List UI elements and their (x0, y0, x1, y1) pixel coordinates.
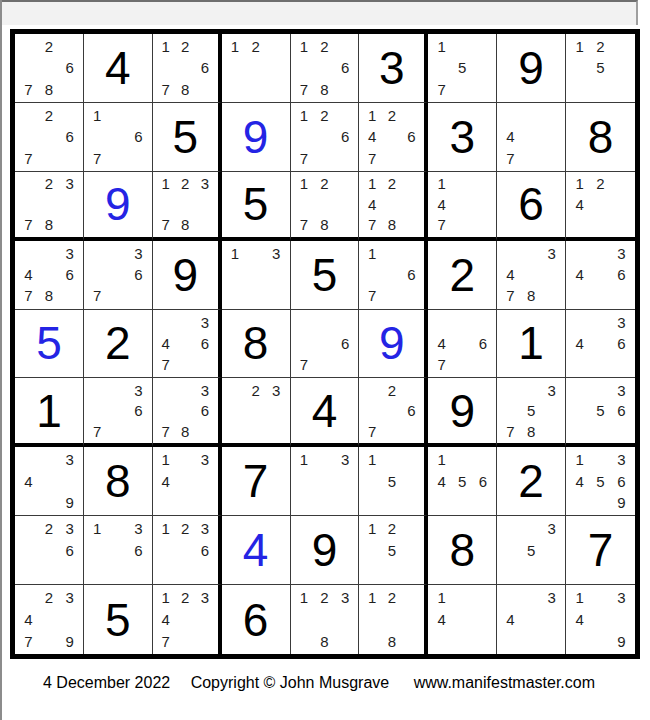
pencil-mark-slot-4 (225, 264, 246, 285)
placed-digit: 2 (105, 320, 131, 366)
pencil-mark-slot-7 (569, 79, 590, 100)
footer-copyright: Copyright © John Musgrave (191, 674, 390, 691)
pencil-mark-slot-8 (245, 285, 266, 306)
pencil-marks: 3678 (153, 378, 218, 443)
pencil-mark-slot-6: 6 (59, 126, 80, 147)
cell-r6c3[interactable]: 3678 (153, 378, 222, 447)
cell-r3c5[interactable]: 1278 (291, 172, 360, 241)
pencil-mark-slot-4 (18, 57, 39, 78)
pencil-mark-slot-2: 2 (382, 518, 402, 539)
pencil-mark-slot-9: 9 (611, 492, 632, 513)
cell-r5c8[interactable]: 1 (497, 310, 566, 379)
pencil-mark-slot-9 (541, 561, 562, 582)
pencil-mark-slot-6: 6 (402, 264, 422, 285)
pencil-mark-slot-1 (18, 174, 39, 194)
pencil-mark-slot-6 (611, 57, 632, 78)
pencil-mark-slot-7: 7 (87, 421, 108, 441)
pencil-mark-slot-6 (611, 194, 632, 214)
pencil-mark-slot-9 (335, 630, 356, 652)
cell-r7c6[interactable]: 15 (359, 447, 428, 516)
pencil-mark-slot-4 (156, 540, 176, 561)
pencil-mark-slot-2: 2 (175, 587, 195, 609)
pencil-marks: 367 (84, 378, 152, 443)
cell-r2c5[interactable]: 1267 (291, 103, 360, 172)
cell-r5c4[interactable]: 8 (222, 310, 291, 379)
pencil-mark-slot-1: 1 (362, 105, 382, 126)
pencil-mark-slot-7: 7 (362, 421, 382, 441)
cell-r2c7[interactable]: 3 (428, 103, 497, 172)
cell-r7c3[interactable]: 134 (153, 447, 222, 516)
pencil-mark-slot-2: 2 (39, 174, 60, 194)
pencil-mark-slot-4 (294, 471, 315, 492)
pencil-mark-slot-1: 1 (294, 174, 315, 194)
pencil-mark-slot-4 (18, 540, 39, 561)
pencil-mark-slot-2 (521, 518, 542, 539)
pencil-mark-slot-1: 1 (362, 587, 382, 609)
pencil-mark-slot-9 (59, 214, 80, 234)
pencil-marks: 367 (84, 241, 152, 309)
pencil-mark-slot-3 (195, 36, 215, 57)
pencil-mark-slot-2 (108, 380, 129, 400)
cell-r6c4[interactable]: 23 (222, 378, 291, 447)
cell-r3c2[interactable]: 9 (84, 172, 153, 241)
pencil-mark-slot-7: 7 (431, 79, 452, 100)
cell-r1c9[interactable]: 125 (566, 34, 635, 103)
pencil-mark-slot-3: 3 (335, 449, 356, 470)
cell-r5c5[interactable]: 67 (291, 310, 360, 379)
pencil-mark-slot-8 (590, 630, 611, 652)
pencil-mark-slot-4: 4 (569, 609, 590, 631)
cell-r4c7[interactable]: 2 (428, 241, 497, 310)
cell-r9c4[interactable]: 6 (222, 585, 291, 654)
pencil-mark-slot-6: 6 (128, 264, 149, 285)
pencil-mark-slot-8 (382, 285, 402, 306)
placed-digit: 7 (588, 527, 614, 573)
cell-r8c9[interactable]: 7 (566, 516, 635, 585)
pencil-marks: 2378 (15, 172, 83, 237)
pencil-mark-slot-1 (500, 587, 521, 609)
pencil-mark-slot-6: 6 (611, 333, 632, 354)
pencil-mark-slot-1 (500, 380, 521, 400)
pencil-marks: 1349 (566, 585, 635, 654)
pencil-mark-slot-2 (521, 243, 542, 264)
pencil-mark-slot-7: 7 (156, 214, 176, 234)
pencil-mark-slot-3 (335, 36, 356, 57)
cell-r2c9[interactable]: 8 (566, 103, 635, 172)
pencil-mark-slot-9 (195, 79, 215, 100)
cell-r1c1[interactable]: 2678 (15, 34, 84, 103)
pencil-mark-slot-9 (195, 630, 215, 652)
pencil-mark-slot-6: 6 (473, 471, 494, 492)
cell-r3c6[interactable]: 12478 (359, 172, 428, 241)
cell-r1c3[interactable]: 12678 (153, 34, 222, 103)
pencil-marks: 12678 (153, 34, 218, 102)
pencil-mark-slot-4: 4 (500, 126, 521, 147)
pencil-marks: 128 (359, 585, 424, 654)
pencil-mark-slot-1: 1 (431, 36, 452, 57)
pencil-mark-slot-2 (175, 449, 195, 470)
pencil-marks: 14 (428, 585, 496, 654)
pencil-mark-slot-2 (452, 449, 473, 470)
pencil-mark-slot-8 (108, 147, 129, 168)
pencil-mark-slot-3: 3 (128, 380, 149, 400)
cell-r8c6[interactable]: 125 (359, 516, 428, 585)
cell-r8c7[interactable]: 8 (428, 516, 497, 585)
cell-r8c4[interactable]: 4 (222, 516, 291, 585)
pencil-mark-slot-9 (611, 421, 632, 441)
pencil-mark-slot-9: 9 (611, 630, 632, 652)
pencil-mark-slot-1: 1 (569, 174, 590, 194)
pencil-mark-slot-3: 3 (128, 518, 149, 539)
pencil-mark-slot-3: 3 (59, 518, 80, 539)
pencil-mark-slot-1 (500, 105, 521, 126)
pencil-mark-slot-6: 6 (128, 540, 149, 561)
pencil-mark-slot-8: 8 (314, 214, 335, 234)
cell-r3c4[interactable]: 5 (222, 172, 291, 241)
pencil-marks: 1456 (428, 447, 496, 515)
pencil-mark-slot-2 (39, 449, 60, 470)
pencil-mark-slot-3 (335, 312, 356, 333)
cell-r7c5[interactable]: 13 (291, 447, 360, 516)
cell-r2c6[interactable]: 12467 (359, 103, 428, 172)
pencil-mark-slot-3: 3 (611, 243, 632, 264)
pencil-mark-slot-3: 3 (266, 380, 287, 400)
cell-r6c2[interactable]: 367 (84, 378, 153, 447)
pencil-mark-slot-4 (294, 609, 315, 631)
cell-r9c5[interactable]: 1238 (291, 585, 360, 654)
cell-r4c4[interactable]: 13 (222, 241, 291, 310)
pencil-mark-slot-7 (431, 630, 452, 652)
pencil-mark-slot-4 (225, 57, 246, 78)
cell-r8c2[interactable]: 136 (84, 516, 153, 585)
pencil-mark-slot-4 (569, 401, 590, 421)
pencil-mark-slot-7 (87, 561, 108, 582)
pencil-mark-slot-5 (314, 126, 335, 147)
cell-r2c2[interactable]: 167 (84, 103, 153, 172)
cell-r8c8[interactable]: 35 (497, 516, 566, 585)
cell-r6c9[interactable]: 356 (566, 378, 635, 447)
pencil-mark-slot-2 (108, 243, 129, 264)
pencil-mark-slot-8 (39, 630, 60, 652)
pencil-marks: 23 (222, 378, 290, 443)
pencil-mark-slot-3: 3 (195, 380, 215, 400)
cell-r5c7[interactable]: 467 (428, 310, 497, 379)
pencil-mark-slot-5 (39, 609, 60, 631)
placed-digit: 1 (518, 320, 544, 366)
cell-r7c8[interactable]: 2 (497, 447, 566, 516)
pencil-mark-slot-3 (611, 174, 632, 194)
pencil-mark-slot-5 (39, 194, 60, 214)
cell-r9c7[interactable]: 14 (428, 585, 497, 654)
cell-r4c3[interactable]: 9 (153, 241, 222, 310)
pencil-mark-slot-6: 6 (473, 333, 494, 354)
pencil-mark-slot-5 (245, 264, 266, 285)
pencil-mark-slot-4 (87, 401, 108, 421)
pencil-mark-slot-3 (59, 36, 80, 57)
pencil-marks: 12467 (359, 103, 424, 171)
cell-r8c1[interactable]: 236 (15, 516, 84, 585)
pencil-mark-slot-4: 4 (18, 609, 39, 631)
pencil-mark-slot-4: 4 (18, 471, 39, 492)
pencil-mark-slot-9 (266, 285, 287, 306)
pencil-mark-slot-9 (335, 492, 356, 513)
pencil-mark-slot-5 (39, 264, 60, 285)
pencil-mark-slot-7 (431, 492, 452, 513)
pencil-mark-slot-9 (541, 421, 562, 441)
placed-digit: 4 (105, 45, 131, 91)
entered-digit: 9 (243, 114, 269, 160)
pencil-mark-slot-6 (195, 471, 215, 492)
pencil-mark-slot-7 (18, 492, 39, 513)
pencil-mark-slot-7: 7 (500, 421, 521, 441)
cell-r3c7[interactable]: 147 (428, 172, 497, 241)
pencil-mark-slot-6: 6 (611, 471, 632, 492)
pencil-mark-slot-6 (473, 57, 494, 78)
pencil-mark-slot-9 (473, 214, 494, 234)
pencil-marks: 467 (428, 310, 496, 378)
cell-r3c9[interactable]: 124 (566, 172, 635, 241)
cell-r7c7[interactable]: 1456 (428, 447, 497, 516)
cell-r1c8[interactable]: 9 (497, 34, 566, 103)
pencil-mark-slot-2: 2 (314, 105, 335, 126)
pencil-mark-slot-9 (473, 492, 494, 513)
pencil-mark-slot-1 (225, 380, 246, 400)
pencil-mark-slot-5 (175, 471, 195, 492)
pencil-mark-slot-2: 2 (175, 518, 195, 539)
cell-r6c1[interactable]: 1 (15, 378, 84, 447)
pencil-mark-slot-5 (108, 264, 129, 285)
pencil-mark-slot-4: 4 (431, 333, 452, 354)
pencil-mark-slot-9 (195, 492, 215, 513)
cell-r4c9[interactable]: 346 (566, 241, 635, 310)
cell-r7c9[interactable]: 134569 (566, 447, 635, 516)
pencil-mark-slot-2 (452, 312, 473, 333)
pencil-mark-slot-6 (59, 471, 80, 492)
pencil-mark-slot-2 (521, 380, 542, 400)
pencil-mark-slot-7: 7 (156, 79, 176, 100)
pencil-mark-slot-3 (266, 36, 287, 57)
pencil-mark-slot-9 (59, 561, 80, 582)
cell-r6c8[interactable]: 3578 (497, 378, 566, 447)
pencil-mark-slot-2: 2 (314, 36, 335, 57)
cell-r9c6[interactable]: 128 (359, 585, 428, 654)
pencil-mark-slot-5 (39, 57, 60, 78)
pencil-mark-slot-7: 7 (87, 147, 108, 168)
footer-website: www.manifestmaster.com (414, 674, 595, 691)
pencil-mark-slot-7: 7 (18, 630, 39, 652)
cell-r9c9[interactable]: 1349 (566, 585, 635, 654)
pencil-mark-slot-7 (569, 354, 590, 375)
cell-r6c5[interactable]: 4 (291, 378, 360, 447)
pencil-mark-slot-2 (175, 312, 195, 333)
cell-r7c2[interactable]: 8 (84, 447, 153, 516)
pencil-mark-slot-5: 5 (521, 540, 542, 561)
cell-r5c9[interactable]: 346 (566, 310, 635, 379)
pencil-mark-slot-7 (500, 561, 521, 582)
pencil-mark-slot-6: 6 (195, 57, 215, 78)
pencil-marks: 23479 (15, 585, 83, 654)
pencil-mark-slot-6: 6 (59, 264, 80, 285)
cell-r5c2[interactable]: 2 (84, 310, 153, 379)
pencil-mark-slot-3 (473, 174, 494, 194)
cell-r9c2[interactable]: 5 (84, 585, 153, 654)
pencil-mark-slot-7: 7 (156, 354, 176, 375)
pencil-mark-slot-5: 5 (590, 57, 611, 78)
cell-r2c4[interactable]: 9 (222, 103, 291, 172)
pencil-marks: 356 (566, 378, 635, 443)
pencil-mark-slot-1 (431, 312, 452, 333)
cell-r5c3[interactable]: 3467 (153, 310, 222, 379)
cell-r1c4[interactable]: 12 (222, 34, 291, 103)
pencil-mark-slot-1 (156, 312, 176, 333)
pencil-mark-slot-2: 2 (382, 105, 402, 126)
pencil-mark-slot-6: 6 (335, 333, 356, 354)
pencil-mark-slot-8 (39, 492, 60, 513)
pencil-mark-slot-5 (382, 401, 402, 421)
cell-r8c5[interactable]: 9 (291, 516, 360, 585)
pencil-mark-slot-1 (18, 587, 39, 609)
pencil-mark-slot-4 (294, 333, 315, 354)
pencil-mark-slot-8: 8 (39, 214, 60, 234)
pencil-mark-slot-7: 7 (18, 147, 39, 168)
cell-r8c3[interactable]: 1236 (153, 516, 222, 585)
cell-r2c8[interactable]: 47 (497, 103, 566, 172)
cell-r7c1[interactable]: 349 (15, 447, 84, 516)
pencil-mark-slot-2: 2 (382, 380, 402, 400)
cell-r3c3[interactable]: 12378 (153, 172, 222, 241)
pencil-mark-slot-8 (314, 354, 335, 375)
pencil-mark-slot-7: 7 (362, 214, 382, 234)
cell-r4c2[interactable]: 367 (84, 241, 153, 310)
pencil-mark-slot-1: 1 (156, 174, 176, 194)
cell-r2c3[interactable]: 5 (153, 103, 222, 172)
pencil-mark-slot-4 (87, 126, 108, 147)
pencil-mark-slot-3 (402, 380, 422, 400)
pencil-mark-slot-6 (335, 194, 356, 214)
pencil-mark-slot-6 (402, 609, 422, 631)
cell-r7c4[interactable]: 7 (222, 447, 291, 516)
pencil-mark-slot-5 (590, 194, 611, 214)
placed-digit: 8 (243, 320, 269, 366)
pencil-mark-slot-8: 8 (314, 79, 335, 100)
pencil-mark-slot-5 (590, 264, 611, 285)
pencil-mark-slot-4 (500, 401, 521, 421)
pencil-mark-slot-7: 7 (362, 285, 382, 306)
pencil-marks: 3467 (153, 310, 218, 378)
cell-r9c8[interactable]: 34 (497, 585, 566, 654)
pencil-mark-slot-8: 8 (39, 79, 60, 100)
pencil-mark-slot-2: 2 (382, 174, 402, 194)
pencil-mark-slot-1 (18, 243, 39, 264)
cell-r1c6[interactable]: 3 (359, 34, 428, 103)
pencil-mark-slot-3 (473, 449, 494, 470)
pencil-mark-slot-8 (175, 354, 195, 375)
pencil-mark-slot-3 (611, 36, 632, 57)
cell-r4c1[interactable]: 34678 (15, 241, 84, 310)
pencil-mark-slot-3: 3 (59, 174, 80, 194)
pencil-mark-slot-6: 6 (195, 401, 215, 421)
pencil-mark-slot-4 (294, 194, 315, 214)
pencil-mark-slot-1: 1 (569, 587, 590, 609)
pencil-mark-slot-4 (156, 401, 176, 421)
cell-r3c1[interactable]: 2378 (15, 172, 84, 241)
pencil-mark-slot-1: 1 (156, 36, 176, 57)
pencil-mark-slot-5 (521, 126, 542, 147)
pencil-marks: 236 (15, 516, 83, 584)
pencil-mark-slot-3: 3 (195, 449, 215, 470)
pencil-mark-slot-7: 7 (18, 285, 39, 306)
pencil-mark-slot-9: 9 (59, 630, 80, 652)
pencil-mark-slot-4: 4 (431, 471, 452, 492)
pencil-mark-slot-1: 1 (431, 449, 452, 470)
pencil-marks: 1236 (153, 516, 218, 584)
entered-digit: 4 (243, 527, 269, 573)
cell-r2c1[interactable]: 267 (15, 103, 84, 172)
pencil-mark-slot-4 (18, 126, 39, 147)
cell-r9c3[interactable]: 12347 (153, 585, 222, 654)
pencil-mark-slot-7 (569, 421, 590, 441)
cell-r4c5[interactable]: 5 (291, 241, 360, 310)
pencil-marks: 1267 (291, 103, 359, 171)
pencil-mark-slot-6: 6 (402, 401, 422, 421)
cell-r1c2[interactable]: 4 (84, 34, 153, 103)
entered-digit: 9 (105, 181, 131, 227)
pencil-mark-slot-2 (590, 380, 611, 400)
pencil-mark-slot-9 (195, 354, 215, 375)
placed-digit: 3 (379, 45, 405, 91)
pencil-mark-slot-8: 8 (521, 421, 542, 441)
pencil-mark-slot-5 (590, 333, 611, 354)
pencil-mark-slot-8: 8 (175, 214, 195, 234)
cell-r4c6[interactable]: 167 (359, 241, 428, 310)
pencil-mark-slot-4: 4 (569, 471, 590, 492)
pencil-mark-slot-6: 6 (611, 264, 632, 285)
cell-r4c8[interactable]: 3478 (497, 241, 566, 310)
pencil-mark-slot-5 (175, 401, 195, 421)
pencil-mark-slot-7: 7 (431, 354, 452, 375)
cell-r1c7[interactable]: 157 (428, 34, 497, 103)
cell-r3c8[interactable]: 6 (497, 172, 566, 241)
pencil-mark-slot-8 (108, 285, 129, 306)
pencil-mark-slot-7 (569, 214, 590, 234)
sudoku-board: 2678412678121267831579125267167591267124… (10, 29, 640, 659)
pencil-mark-slot-9 (402, 630, 422, 652)
pencil-mark-slot-9 (195, 421, 215, 441)
cell-r6c6[interactable]: 267 (359, 378, 428, 447)
pencil-mark-slot-4 (87, 264, 108, 285)
pencil-mark-slot-8 (245, 421, 266, 441)
pencil-mark-slot-3 (402, 243, 422, 264)
placed-digit: 8 (449, 527, 475, 573)
pencil-marks: 1278 (291, 172, 359, 237)
pencil-marks: 12378 (153, 172, 218, 237)
cell-r9c1[interactable]: 23479 (15, 585, 84, 654)
cell-r6c7[interactable]: 9 (428, 378, 497, 447)
cell-r1c5[interactable]: 12678 (291, 34, 360, 103)
pencil-mark-slot-9 (541, 147, 562, 168)
cell-r5c6[interactable]: 9 (359, 310, 428, 379)
pencil-marks: 167 (84, 103, 152, 171)
pencil-mark-slot-9 (335, 354, 356, 375)
pencil-mark-slot-5: 5 (590, 401, 611, 421)
pencil-mark-slot-5 (108, 540, 129, 561)
pencil-mark-slot-2 (314, 312, 335, 333)
pencil-marks: 134569 (566, 447, 635, 515)
cell-r5c1[interactable]: 5 (15, 310, 84, 379)
placed-digit: 8 (588, 114, 614, 160)
pencil-mark-slot-8 (590, 492, 611, 513)
pencil-mark-slot-9 (611, 285, 632, 306)
